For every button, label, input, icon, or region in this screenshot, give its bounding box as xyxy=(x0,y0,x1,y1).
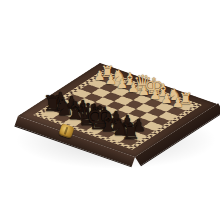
chess-set-product-photo: ♜♞♝♛♚♝♞♜♟♟♟♟♟♟♟♟♟♟♟♟♟♟♟♟♜♞♝♛♚♝♞♜ xyxy=(0,0,220,200)
piece-white-pawn[interactable]: ♟ xyxy=(169,94,186,111)
piece-black-rook[interactable]: ♜ xyxy=(119,119,142,142)
